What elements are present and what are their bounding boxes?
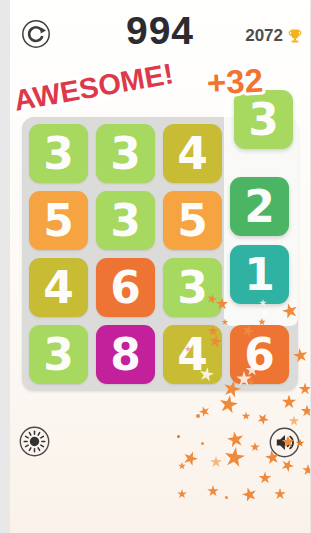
confetti-star — [282, 395, 297, 410]
confetti-star — [207, 485, 219, 497]
best-score-value: 2072 — [245, 26, 283, 46]
tile-r1c2-value-3[interactable]: 3 — [96, 124, 155, 183]
best-score: 2072 — [245, 26, 303, 46]
confetti-star — [210, 456, 222, 468]
sound-button[interactable] — [269, 427, 300, 458]
tile-r3c2-value-6[interactable]: 6 — [96, 258, 155, 317]
sun-brightness-icon — [19, 426, 50, 457]
tile-r2c1-value-5[interactable]: 5 — [29, 191, 88, 250]
confetti-dot — [196, 414, 200, 418]
tile-r3c3-value-3[interactable]: 3 — [163, 258, 222, 317]
trophy-icon — [287, 28, 303, 44]
confetti-star — [299, 383, 311, 396]
tile-r2c2-value-3[interactable]: 3 — [96, 191, 155, 250]
tile-r4c2-value-8[interactable]: 8 — [96, 325, 155, 384]
confetti-star — [289, 416, 300, 427]
confetti-star — [301, 405, 311, 418]
tile-r1c3-value-4[interactable]: 4 — [163, 124, 222, 183]
confetti-star — [240, 485, 258, 503]
game-board: 3343535246313846 — [22, 117, 298, 391]
tile-r3c4-value-1[interactable]: 1 — [230, 245, 289, 304]
praise-text: AWESOME! — [12, 57, 176, 116]
confetti-star — [217, 393, 239, 415]
confetti-star — [178, 462, 186, 470]
points-text: +32 — [206, 62, 264, 102]
tile-r4c3-value-4[interactable]: 4 — [163, 325, 222, 384]
tile-r1c1-value-3[interactable]: 3 — [29, 124, 88, 183]
confetti-dot — [177, 435, 180, 438]
confetti-star — [197, 404, 211, 418]
confetti-star — [250, 442, 260, 452]
tile-r2c4-value-2[interactable]: 2 — [230, 177, 289, 236]
confetti-dot — [225, 496, 228, 499]
tile-r3c1-value-4[interactable]: 4 — [29, 258, 88, 317]
brightness-button[interactable] — [19, 426, 50, 457]
tile-r4c1-value-3[interactable]: 3 — [29, 325, 88, 384]
confetti-star — [222, 445, 246, 469]
confetti-star — [274, 488, 286, 500]
app-screen: 994 2072 AWESOME! +32 3343535246313846 — [10, 0, 310, 533]
tile-r2c3-value-5[interactable]: 5 — [163, 191, 222, 250]
confetti-star — [278, 456, 295, 473]
confetti-star — [225, 429, 245, 449]
confetti-star — [177, 489, 187, 499]
tile-r4c4-value-6[interactable]: 6 — [230, 325, 289, 384]
praise-banner: AWESOME! — [10, 57, 188, 119]
confetti-star — [180, 448, 199, 467]
confetti-dot — [201, 442, 204, 445]
confetti-star — [259, 472, 272, 485]
confetti-star — [302, 464, 310, 476]
speaker-icon — [269, 427, 300, 458]
confetti-star — [255, 411, 271, 427]
confetti-star — [242, 412, 251, 421]
points-popup: +32 — [193, 55, 288, 107]
